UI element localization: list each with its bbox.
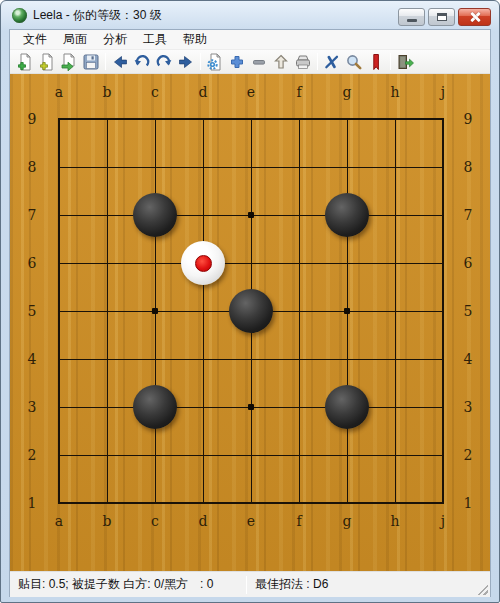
redo-icon [155,53,173,71]
window-controls [395,8,491,26]
leela-app-icon [12,8,27,23]
arrow-left-icon [111,53,129,71]
last-move-marker [195,255,212,272]
open-file-icon [60,53,78,71]
toolbar [10,50,490,74]
white-stone-d6 [181,241,225,285]
black-stone-e5 [229,289,273,333]
analyze-button[interactable] [204,51,226,72]
save-button[interactable] [80,51,102,72]
menu-item-2[interactable]: 分析 [95,29,135,50]
close-button[interactable] [458,8,491,26]
new-file-icon [16,53,34,71]
black-stone-c3 [133,385,177,429]
status-best-move: 最佳招法 : D6 [247,576,490,593]
status-komi-captures: 贴目: 0.5; 被提子数 白方: 0/黑方 : 0 [10,576,246,593]
pass-button[interactable] [270,51,292,72]
score-button[interactable] [292,51,314,72]
window-title: Leela - 你的等级：30 级 [33,7,162,24]
new-rated-button[interactable] [36,51,58,72]
undo-icon [133,53,151,71]
menu-item-4[interactable]: 帮助 [175,29,215,50]
redo-button[interactable] [153,51,175,72]
arrow-up-icon [272,53,290,71]
magnifier-icon [345,53,363,71]
go-board[interactable]: abcdefghj abcdefghj 987654321 987654321 [10,74,490,574]
menu-item-1[interactable]: 局面 [55,29,95,50]
bookmark-button[interactable] [365,51,387,72]
minimize-button[interactable] [398,8,425,26]
toolbar-separator [390,53,391,70]
board-grid[interactable] [35,95,467,527]
close-icon [469,11,481,23]
toolbar-separator [200,53,201,70]
forward-button[interactable] [175,51,197,72]
bookmark-icon [367,53,385,71]
arrow-right-icon [177,53,195,71]
printer-icon [294,53,312,71]
menu-item-0[interactable]: 文件 [15,29,55,50]
toolbar-separator [105,53,106,70]
client-area: 文件局面分析工具帮助 abcdefghj abc [9,29,491,597]
black-stone-g3 [325,385,369,429]
cross-x-icon [323,53,341,71]
statusbar: 贴目: 0.5; 被提子数 白方: 0/黑方 : 0 最佳招法 : D6 [10,571,490,597]
black-stone-g7 [325,193,369,237]
new-button[interactable] [14,51,36,72]
increase-button[interactable] [226,51,248,72]
open-button[interactable] [58,51,80,72]
toolbar-separator [317,53,318,70]
menu-item-3[interactable]: 工具 [135,29,175,50]
plus-icon [228,53,246,71]
minimize-icon [407,19,417,22]
find-button[interactable] [343,51,365,72]
leela-window: Leela - 你的等级：30 级 文件局面分析工具帮助 [0,0,500,603]
maximize-button[interactable] [428,8,455,26]
exit-button[interactable] [394,51,416,72]
undo-button[interactable] [131,51,153,72]
analyze-page-gear-icon [206,53,224,71]
exit-door-icon [396,53,414,71]
save-icon [82,53,100,71]
minus-icon [250,53,268,71]
maximize-icon [437,13,447,21]
decrease-button[interactable] [248,51,270,72]
black-stone-c7 [133,193,177,237]
cut-button[interactable] [321,51,343,72]
back-button[interactable] [109,51,131,72]
titlebar[interactable]: Leela - 你的等级：30 级 [1,1,499,29]
new-rated-file-icon [38,53,56,71]
menubar: 文件局面分析工具帮助 [10,30,490,50]
